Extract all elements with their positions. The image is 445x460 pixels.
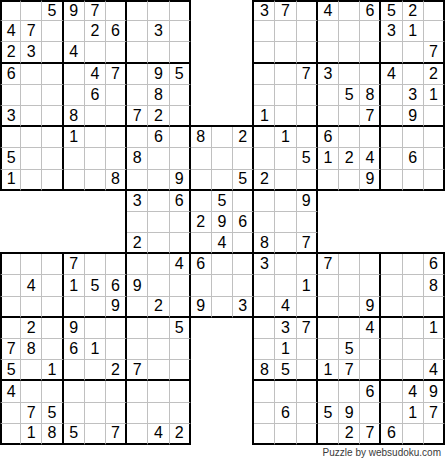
cell-r7c1 (0, 127, 21, 148)
cell-r11c15 (297, 212, 318, 233)
cell-r10c20-gap (403, 191, 424, 212)
cell-r12c21-gap (424, 233, 445, 254)
cell-r1c7 (127, 0, 148, 21)
cell-r15c14: 4 (275, 297, 296, 318)
cell-r14c2: 4 (21, 275, 42, 296)
cell-r1c5: 7 (85, 0, 106, 21)
cell-r8c2 (21, 148, 42, 169)
cell-r13c7 (127, 254, 148, 275)
cell-r13c9: 4 (170, 254, 191, 275)
cell-r18c4 (64, 360, 85, 381)
cell-r16c12-gap (233, 318, 254, 339)
cell-r18c13: 8 (254, 360, 275, 381)
cell-r2c9 (170, 21, 191, 42)
cell-r12c6-gap (106, 233, 127, 254)
cell-r16c10-gap (191, 318, 212, 339)
cell-r11c2-gap (21, 212, 42, 233)
cell-r6c6 (106, 106, 127, 127)
cell-r10c6-gap (106, 191, 127, 212)
cell-r6c5 (85, 106, 106, 127)
cell-r19c4 (64, 381, 85, 402)
cell-r12c7: 2 (127, 233, 148, 254)
cell-r14c5: 5 (85, 275, 106, 296)
cell-r16c2: 2 (21, 318, 42, 339)
cell-r17c13 (254, 339, 275, 360)
cell-r12c13: 8 (254, 233, 275, 254)
cell-r3c1: 2 (0, 42, 21, 63)
cell-r6c2 (21, 106, 42, 127)
cell-r12c1-gap (0, 233, 21, 254)
cell-r2c14 (275, 21, 296, 42)
cell-r18c2 (21, 360, 42, 381)
cell-r10c1-gap (0, 191, 21, 212)
cell-r9c2 (21, 170, 42, 191)
cell-r19c2 (21, 381, 42, 402)
cell-r18c5 (85, 360, 106, 381)
cell-r14c7: 9 (127, 275, 148, 296)
cell-r17c4: 6 (64, 339, 85, 360)
cell-r9c7 (127, 170, 148, 191)
cell-r18c6: 2 (106, 360, 127, 381)
cell-r8c5 (85, 148, 106, 169)
cell-r6c19 (381, 106, 402, 127)
cell-r12c8 (148, 233, 169, 254)
cell-r1c17 (339, 0, 360, 21)
cell-r4c20 (403, 64, 424, 85)
cell-r20c10-gap (191, 403, 212, 424)
cell-r2c5: 2 (85, 21, 106, 42)
cell-r7c17 (339, 127, 360, 148)
cell-r13c8 (148, 254, 169, 275)
cell-r14c12 (233, 275, 254, 296)
cell-r10c21-gap (424, 191, 445, 212)
cell-r7c14: 1 (275, 127, 296, 148)
cell-r20c12-gap (233, 403, 254, 424)
cell-r10c18-gap (360, 191, 381, 212)
cell-r4c11-gap (212, 64, 233, 85)
cell-r13c12 (233, 254, 254, 275)
cell-r5c13 (254, 85, 275, 106)
cell-r3c15 (297, 42, 318, 63)
cell-r14c6: 6 (106, 275, 127, 296)
cell-r19c18: 6 (360, 381, 381, 402)
cell-r21c21 (424, 424, 445, 445)
cell-r14c19 (381, 275, 402, 296)
cell-r13c6 (106, 254, 127, 275)
cell-r10c15: 9 (297, 191, 318, 212)
cell-r18c17: 7 (339, 360, 360, 381)
cell-r15c12: 3 (233, 297, 254, 318)
cell-r10c8 (148, 191, 169, 212)
cell-r15c16 (318, 297, 339, 318)
cell-r17c16 (318, 339, 339, 360)
cell-r10c11: 5 (212, 191, 233, 212)
cell-r8c14 (275, 148, 296, 169)
cell-r14c11 (212, 275, 233, 296)
cell-r15c18: 9 (360, 297, 381, 318)
cell-r1c1 (0, 0, 21, 21)
cell-r16c20 (403, 318, 424, 339)
cell-r17c15 (297, 339, 318, 360)
cell-r12c15: 7 (297, 233, 318, 254)
cell-r9c4 (64, 170, 85, 191)
cell-r20c18 (360, 403, 381, 424)
cell-r19c11-gap (212, 381, 233, 402)
cell-r6c11-gap (212, 106, 233, 127)
cell-r17c18 (360, 339, 381, 360)
cell-r10c4-gap (64, 191, 85, 212)
cell-r3c9 (170, 42, 191, 63)
cell-r16c14: 3 (275, 318, 296, 339)
cell-r13c17 (339, 254, 360, 275)
cell-r12c12 (233, 233, 254, 254)
cell-r17c1: 7 (0, 339, 21, 360)
cell-r7c10: 8 (191, 127, 212, 148)
cell-r15c15 (297, 297, 318, 318)
cell-r8c19 (381, 148, 402, 169)
cell-r8c7: 8 (127, 148, 148, 169)
cell-r16c11-gap (212, 318, 233, 339)
cell-r21c16 (318, 424, 339, 445)
cell-r12c14 (275, 233, 296, 254)
cell-r9c8 (148, 170, 169, 191)
cell-r7c6 (106, 127, 127, 148)
cell-r16c19 (381, 318, 402, 339)
cell-r11c10: 2 (191, 212, 212, 233)
cell-r20c1 (0, 403, 21, 424)
cell-r20c9 (170, 403, 191, 424)
cell-r4c17 (339, 64, 360, 85)
cell-r15c2 (21, 297, 42, 318)
cell-r17c2: 8 (21, 339, 42, 360)
cell-r18c20 (403, 360, 424, 381)
cell-r11c20-gap (403, 212, 424, 233)
cell-r11c3-gap (42, 212, 63, 233)
cell-r11c14 (275, 212, 296, 233)
cell-r14c18 (360, 275, 381, 296)
cell-r11c16-gap (318, 212, 339, 233)
cell-r10c14 (275, 191, 296, 212)
cell-r8c9 (170, 148, 191, 169)
cell-r15c7 (127, 297, 148, 318)
cell-r4c21: 2 (424, 64, 445, 85)
cell-r2c3 (42, 21, 63, 42)
cell-r4c5: 4 (85, 64, 106, 85)
cell-r21c14 (275, 424, 296, 445)
cell-r19c12-gap (233, 381, 254, 402)
cell-r12c20-gap (403, 233, 424, 254)
cell-r15c19 (381, 297, 402, 318)
cell-r7c16: 6 (318, 127, 339, 148)
cell-r6c3 (42, 106, 63, 127)
cell-r21c7 (127, 424, 148, 445)
cell-r8c15: 5 (297, 148, 318, 169)
cell-r1c8 (148, 0, 169, 21)
cell-r21c4: 5 (64, 424, 85, 445)
cell-r17c14: 1 (275, 339, 296, 360)
cell-r1c14: 7 (275, 0, 296, 21)
cell-r11c21-gap (424, 212, 445, 233)
cell-r20c14: 6 (275, 403, 296, 424)
cell-r5c8: 8 (148, 85, 169, 106)
cell-r14c1 (0, 275, 21, 296)
cell-r6c13: 1 (254, 106, 275, 127)
cell-r10c17-gap (339, 191, 360, 212)
cell-r12c19-gap (381, 233, 402, 254)
cell-r10c13 (254, 191, 275, 212)
cell-r7c13 (254, 127, 275, 148)
cell-r21c6: 7 (106, 424, 127, 445)
cell-r17c3 (42, 339, 63, 360)
cell-r3c6 (106, 42, 127, 63)
cell-r4c4 (64, 64, 85, 85)
cell-r15c3 (42, 297, 63, 318)
cell-r18c18 (360, 360, 381, 381)
cell-r18c9 (170, 360, 191, 381)
cell-r20c5 (85, 403, 106, 424)
cell-r21c18: 7 (360, 424, 381, 445)
cell-r17c17: 5 (339, 339, 360, 360)
cell-r17c12-gap (233, 339, 254, 360)
cell-r8c1: 5 (0, 148, 21, 169)
cell-r15c13 (254, 297, 275, 318)
cell-r6c17 (339, 106, 360, 127)
cell-r5c11-gap (212, 85, 233, 106)
cell-r8c4 (64, 148, 85, 169)
cell-r10c16-gap (318, 191, 339, 212)
cell-r18c14: 5 (275, 360, 296, 381)
cell-r19c21: 9 (424, 381, 445, 402)
cell-r7c5 (85, 127, 106, 148)
cell-r13c11 (212, 254, 233, 275)
cell-r8c3 (42, 148, 63, 169)
cell-r18c12-gap (233, 360, 254, 381)
cell-r4c1: 6 (0, 64, 21, 85)
cell-r7c15 (297, 127, 318, 148)
cell-r1c21 (424, 0, 445, 21)
cell-r3c5 (85, 42, 106, 63)
cell-r4c3 (42, 64, 63, 85)
cell-r20c6 (106, 403, 127, 424)
cell-r20c7 (127, 403, 148, 424)
cell-r16c15: 7 (297, 318, 318, 339)
cell-r11c5-gap (85, 212, 106, 233)
cell-r10c10 (191, 191, 212, 212)
cell-r2c2: 7 (21, 21, 42, 42)
cell-r7c18 (360, 127, 381, 148)
cell-r18c3: 1 (42, 360, 63, 381)
cell-r12c2-gap (21, 233, 42, 254)
cell-r2c19: 3 (381, 21, 402, 42)
samurai-sudoku-page: 5973746524726331234764795734268583138721… (0, 0, 445, 460)
cell-r10c7: 3 (127, 191, 148, 212)
cell-r19c17 (339, 381, 360, 402)
cell-r5c4 (64, 85, 85, 106)
cell-r1c3: 5 (42, 0, 63, 21)
cell-r2c17 (339, 21, 360, 42)
cell-r17c7 (127, 339, 148, 360)
cell-r6c12-gap (233, 106, 254, 127)
cell-r15c5 (85, 297, 106, 318)
cell-r8c11 (212, 148, 233, 169)
cell-r20c3: 5 (42, 403, 63, 424)
cell-r3c11-gap (212, 42, 233, 63)
cell-r10c9: 6 (170, 191, 191, 212)
cell-r19c15 (297, 381, 318, 402)
cell-r2c10-gap (191, 21, 212, 42)
cell-r17c21 (424, 339, 445, 360)
cell-r3c19 (381, 42, 402, 63)
cell-r11c13 (254, 212, 275, 233)
cell-r3c4: 4 (64, 42, 85, 63)
cell-r2c16 (318, 21, 339, 42)
cell-r17c10-gap (191, 339, 212, 360)
cell-r7c21 (424, 127, 445, 148)
cell-r19c14 (275, 381, 296, 402)
cell-r18c7: 7 (127, 360, 148, 381)
cell-r1c11-gap (212, 0, 233, 21)
cell-r14c4: 1 (64, 275, 85, 296)
cell-r18c19 (381, 360, 402, 381)
cell-r9c3 (42, 170, 63, 191)
cell-r1c20: 2 (403, 0, 424, 21)
cell-r6c15 (297, 106, 318, 127)
cell-r6c10-gap (191, 106, 212, 127)
cell-r15c8: 2 (148, 297, 169, 318)
cell-r20c17: 9 (339, 403, 360, 424)
cell-r19c5 (85, 381, 106, 402)
cell-r5c19 (381, 85, 402, 106)
cell-r5c5: 6 (85, 85, 106, 106)
cell-r18c11-gap (212, 360, 233, 381)
cell-r20c19 (381, 403, 402, 424)
cell-r5c14 (275, 85, 296, 106)
cell-r12c17-gap (339, 233, 360, 254)
cell-r18c10-gap (191, 360, 212, 381)
cell-r21c3: 8 (42, 424, 63, 445)
cell-r9c16 (318, 170, 339, 191)
cell-r15c9 (170, 297, 191, 318)
cell-r6c1: 3 (0, 106, 21, 127)
cell-r21c17: 2 (339, 424, 360, 445)
cell-r9c11 (212, 170, 233, 191)
cell-r8c10 (191, 148, 212, 169)
cell-r11c9 (170, 212, 191, 233)
cell-r19c20: 4 (403, 381, 424, 402)
cell-r6c8: 2 (148, 106, 169, 127)
cell-r3c2: 3 (21, 42, 42, 63)
cell-r13c3 (42, 254, 63, 275)
cell-r11c6-gap (106, 212, 127, 233)
cell-r9c12: 5 (233, 170, 254, 191)
cell-r4c8: 9 (148, 64, 169, 85)
cell-r13c20 (403, 254, 424, 275)
cell-r11c1-gap (0, 212, 21, 233)
cell-r19c8 (148, 381, 169, 402)
cell-r19c13 (254, 381, 275, 402)
cell-r12c5-gap (85, 233, 106, 254)
cell-r3c20 (403, 42, 424, 63)
cell-r7c3 (42, 127, 63, 148)
cell-r2c8: 3 (148, 21, 169, 42)
cell-r14c3 (42, 275, 63, 296)
cell-r17c19 (381, 339, 402, 360)
cell-r14c20 (403, 275, 424, 296)
cell-r9c15 (297, 170, 318, 191)
cell-r13c2 (21, 254, 42, 275)
cell-r4c18 (360, 64, 381, 85)
cell-r2c11-gap (212, 21, 233, 42)
cell-r11c19-gap (381, 212, 402, 233)
cell-r3c13 (254, 42, 275, 63)
cell-r12c16-gap (318, 233, 339, 254)
cell-r18c15 (297, 360, 318, 381)
cell-r1c15 (297, 0, 318, 21)
cell-r9c9: 9 (170, 170, 191, 191)
cell-r16c6 (106, 318, 127, 339)
cell-r21c13 (254, 424, 275, 445)
cell-r7c19 (381, 127, 402, 148)
cell-r11c17-gap (339, 212, 360, 233)
cell-r21c15 (297, 424, 318, 445)
cell-r16c1 (0, 318, 21, 339)
cell-r2c4 (64, 21, 85, 42)
cell-r21c20 (403, 424, 424, 445)
cell-r5c18: 8 (360, 85, 381, 106)
cell-r21c12-gap (233, 424, 254, 445)
cell-r5c21: 1 (424, 85, 445, 106)
cell-r8c20: 6 (403, 148, 424, 169)
cell-r14c14 (275, 275, 296, 296)
cell-r16c17 (339, 318, 360, 339)
cell-r9c1: 1 (0, 170, 21, 191)
cell-r8c16: 1 (318, 148, 339, 169)
cell-r5c1 (0, 85, 21, 106)
cell-r7c11 (212, 127, 233, 148)
cell-r19c1: 4 (0, 381, 21, 402)
cell-r2c15 (297, 21, 318, 42)
cell-r15c1 (0, 297, 21, 318)
cell-r13c1 (0, 254, 21, 275)
cell-r7c12: 2 (233, 127, 254, 148)
cell-r3c8 (148, 42, 169, 63)
cell-r14c10 (191, 275, 212, 296)
cell-r15c11 (212, 297, 233, 318)
cell-r16c9: 5 (170, 318, 191, 339)
cell-r4c15: 7 (297, 64, 318, 85)
cell-r6c14 (275, 106, 296, 127)
cell-r19c19 (381, 381, 402, 402)
cell-r12c9 (170, 233, 191, 254)
cell-r19c16 (318, 381, 339, 402)
cell-r4c13 (254, 64, 275, 85)
cell-r19c6 (106, 381, 127, 402)
cell-r7c2 (21, 127, 42, 148)
cell-r9c10 (191, 170, 212, 191)
cell-r3c12-gap (233, 42, 254, 63)
cell-r2c18 (360, 21, 381, 42)
cell-r2c6: 6 (106, 21, 127, 42)
cell-r17c11-gap (212, 339, 233, 360)
cell-r4c19: 4 (381, 64, 402, 85)
cell-r14c8 (148, 275, 169, 296)
cell-r5c3 (42, 85, 63, 106)
cell-r6c18: 7 (360, 106, 381, 127)
cell-r21c8: 4 (148, 424, 169, 445)
cell-r21c19: 6 (381, 424, 402, 445)
cell-r13c16: 7 (318, 254, 339, 275)
cell-r17c6 (106, 339, 127, 360)
